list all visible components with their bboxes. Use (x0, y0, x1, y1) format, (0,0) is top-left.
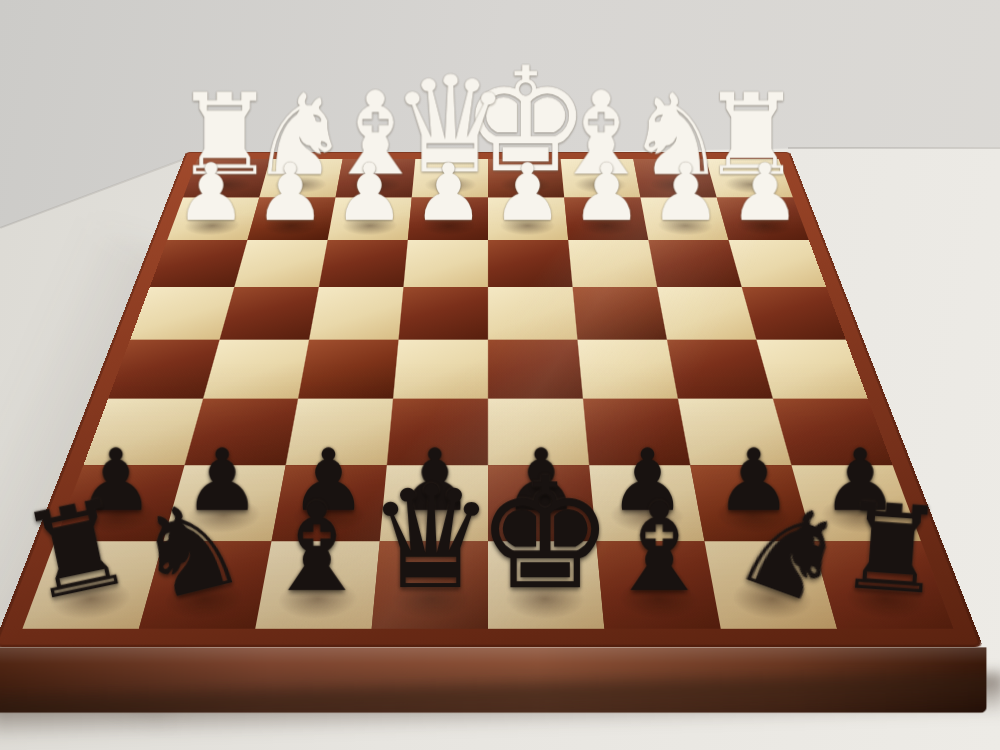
piece-black-bishop-f8[interactable]: ♝ (604, 492, 714, 605)
square-h2[interactable]: ♟ (717, 198, 809, 240)
square-a3[interactable] (150, 240, 248, 287)
square-h4[interactable] (742, 287, 846, 340)
square-b2[interactable]: ♟ (247, 198, 335, 240)
square-b8[interactable]: ♞ (139, 541, 272, 628)
piece-white-pawn-b2[interactable]: ♟ (255, 156, 326, 229)
square-d2[interactable]: ♟ (408, 198, 488, 240)
piece-white-pawn-g2[interactable]: ♟ (650, 156, 721, 229)
piece-white-pawn-h2[interactable]: ♟ (729, 156, 800, 229)
piece-white-pawn-c2[interactable]: ♟ (334, 156, 405, 229)
square-d3[interactable] (403, 240, 488, 287)
piece-white-pawn-d2[interactable]: ♟ (413, 156, 484, 229)
square-d5[interactable] (393, 340, 488, 399)
square-e8[interactable]: ♚ (488, 541, 604, 628)
board-scene: ♜♞♝♛♚♝♞♜♟♟♟♟♟♟♟♟♟♟♟♟♟♟♟♟♜♞♝♛♚♝♞♜ (186, 152, 790, 750)
photo-chess-scene: { "game": "chess", "scene_description": … (0, 0, 1000, 750)
piece-white-pawn-f2[interactable]: ♟ (571, 156, 642, 229)
piece-white-pawn-e2[interactable]: ♟ (492, 156, 563, 229)
square-g4[interactable] (657, 287, 756, 340)
square-c5[interactable] (298, 340, 398, 399)
square-e5[interactable] (488, 340, 583, 399)
square-b3[interactable] (234, 240, 327, 287)
square-f4[interactable] (573, 287, 667, 340)
square-f8[interactable]: ♝ (596, 541, 721, 628)
piece-black-king-e8[interactable]: ♚ (476, 463, 614, 605)
square-a4[interactable] (130, 287, 234, 340)
square-c4[interactable] (309, 287, 403, 340)
square-a2[interactable]: ♟ (167, 198, 259, 240)
square-g3[interactable] (648, 240, 741, 287)
square-g5[interactable] (667, 340, 773, 399)
square-f2[interactable]: ♟ (564, 198, 648, 240)
piece-white-pawn-a2[interactable]: ♟ (176, 156, 247, 229)
square-a5[interactable] (108, 340, 219, 399)
square-c3[interactable] (319, 240, 408, 287)
square-e2[interactable]: ♟ (488, 198, 568, 240)
piece-black-bishop-c8[interactable]: ♝ (262, 492, 372, 605)
square-b4[interactable] (220, 287, 319, 340)
square-d8[interactable]: ♛ (372, 541, 488, 628)
board-grid: ♜♞♝♛♚♝♞♜♟♟♟♟♟♟♟♟♟♟♟♟♟♟♟♟♜♞♝♛♚♝♞♜ (23, 159, 954, 629)
square-b5[interactable] (203, 340, 309, 399)
square-c8[interactable]: ♝ (255, 541, 380, 628)
square-f3[interactable] (568, 240, 657, 287)
square-f5[interactable] (577, 340, 677, 399)
square-e4[interactable] (488, 287, 577, 340)
wall-table-seam-right (788, 147, 1000, 149)
piece-black-rook-h8[interactable]: ♜ (834, 491, 949, 608)
square-g2[interactable]: ♟ (640, 198, 728, 240)
square-e3[interactable] (488, 240, 573, 287)
square-d4[interactable] (399, 287, 488, 340)
square-h5[interactable] (756, 340, 867, 399)
square-c2[interactable]: ♟ (328, 198, 412, 240)
square-g8[interactable]: ♞ (704, 541, 837, 628)
square-h3[interactable] (729, 240, 827, 287)
